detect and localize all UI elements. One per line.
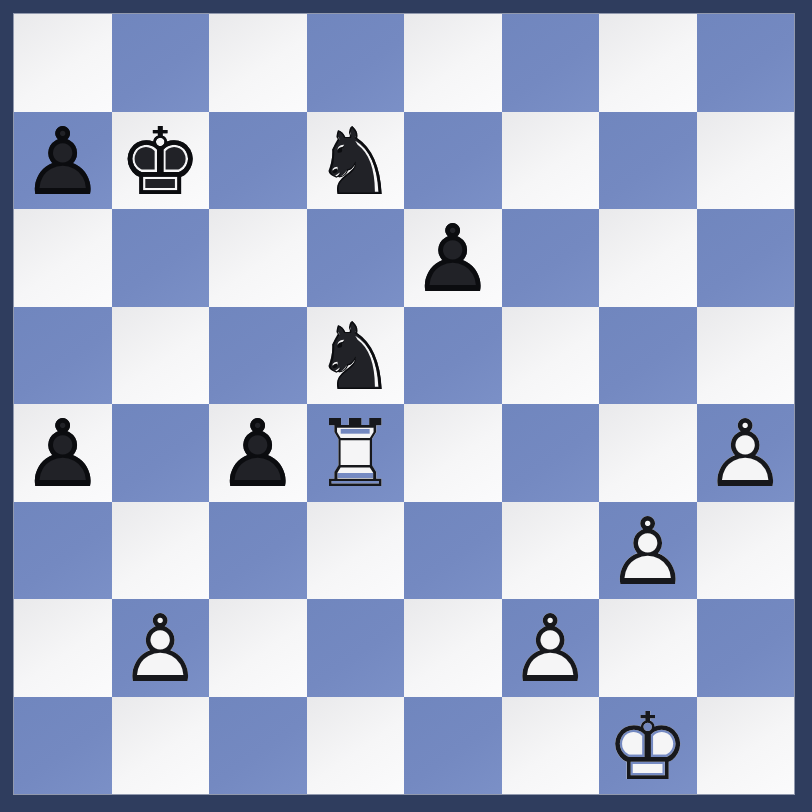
square-g2[interactable] xyxy=(599,599,697,697)
chess-board: ♟♙♚♔♞♘♟♙♞♘♟♙♟♙♜♖♟♙♟♙♟♙♟♙♚♔ xyxy=(14,14,794,794)
square-h7[interactable] xyxy=(697,112,795,210)
square-a4[interactable]: ♟♙ xyxy=(14,404,112,502)
piece-outline-glyph: ♙ xyxy=(14,114,112,212)
black-knight-d5[interactable]: ♞♘ xyxy=(307,307,405,405)
square-h8[interactable] xyxy=(697,14,795,112)
square-g6[interactable] xyxy=(599,209,697,307)
square-d8[interactable] xyxy=(307,14,405,112)
square-g7[interactable] xyxy=(599,112,697,210)
black-pawn-c4[interactable]: ♟♙ xyxy=(209,404,307,502)
square-f1[interactable] xyxy=(502,697,600,795)
white-pawn-b2[interactable]: ♟♙ xyxy=(112,599,210,697)
square-a2[interactable] xyxy=(14,599,112,697)
square-b4[interactable] xyxy=(112,404,210,502)
square-a6[interactable] xyxy=(14,209,112,307)
square-h1[interactable] xyxy=(697,697,795,795)
square-c2[interactable] xyxy=(209,599,307,697)
square-d7[interactable]: ♞♘ xyxy=(307,112,405,210)
black-knight-d7[interactable]: ♞♘ xyxy=(307,112,405,210)
white-rook-d4[interactable]: ♜♖ xyxy=(307,404,405,502)
square-d6[interactable] xyxy=(307,209,405,307)
square-d3[interactable] xyxy=(307,502,405,600)
black-pawn-e6[interactable]: ♟♙ xyxy=(404,209,502,307)
square-b8[interactable] xyxy=(112,14,210,112)
square-f2[interactable]: ♟♙ xyxy=(502,599,600,697)
square-g5[interactable] xyxy=(599,307,697,405)
square-h6[interactable] xyxy=(697,209,795,307)
square-c8[interactable] xyxy=(209,14,307,112)
square-g3[interactable]: ♟♙ xyxy=(599,502,697,600)
piece-outline-glyph: ♙ xyxy=(112,601,210,699)
square-e2[interactable] xyxy=(404,599,502,697)
square-e1[interactable] xyxy=(404,697,502,795)
piece-outline-glyph: ♙ xyxy=(502,601,600,699)
square-c5[interactable] xyxy=(209,307,307,405)
piece-outline-glyph: ♘ xyxy=(307,309,405,407)
square-c7[interactable] xyxy=(209,112,307,210)
square-f4[interactable] xyxy=(502,404,600,502)
black-pawn-a7[interactable]: ♟♙ xyxy=(14,112,112,210)
square-c6[interactable] xyxy=(209,209,307,307)
square-h4[interactable]: ♟♙ xyxy=(697,404,795,502)
board-frame: ♟♙♚♔♞♘♟♙♞♘♟♙♟♙♜♖♟♙♟♙♟♙♟♙♚♔ xyxy=(0,0,812,812)
white-pawn-g3[interactable]: ♟♙ xyxy=(599,502,697,600)
black-pawn-a4[interactable]: ♟♙ xyxy=(14,404,112,502)
square-b3[interactable] xyxy=(112,502,210,600)
piece-outline-glyph: ♙ xyxy=(209,406,307,504)
piece-outline-glyph: ♙ xyxy=(14,406,112,504)
square-e3[interactable] xyxy=(404,502,502,600)
square-h2[interactable] xyxy=(697,599,795,697)
square-g8[interactable] xyxy=(599,14,697,112)
square-e8[interactable] xyxy=(404,14,502,112)
white-pawn-h4[interactable]: ♟♙ xyxy=(697,404,795,502)
square-c3[interactable] xyxy=(209,502,307,600)
square-a3[interactable] xyxy=(14,502,112,600)
square-e7[interactable] xyxy=(404,112,502,210)
square-h3[interactable] xyxy=(697,502,795,600)
white-pawn-f2[interactable]: ♟♙ xyxy=(502,599,600,697)
square-d2[interactable] xyxy=(307,599,405,697)
square-a7[interactable]: ♟♙ xyxy=(14,112,112,210)
square-c1[interactable] xyxy=(209,697,307,795)
square-f7[interactable] xyxy=(502,112,600,210)
square-f8[interactable] xyxy=(502,14,600,112)
square-f3[interactable] xyxy=(502,502,600,600)
square-b7[interactable]: ♚♔ xyxy=(112,112,210,210)
piece-outline-glyph: ♙ xyxy=(697,406,795,504)
square-a1[interactable] xyxy=(14,697,112,795)
square-e4[interactable] xyxy=(404,404,502,502)
piece-outline-glyph: ♘ xyxy=(307,114,405,212)
black-king-b7[interactable]: ♚♔ xyxy=(112,112,210,210)
piece-outline-glyph: ♔ xyxy=(112,114,210,212)
square-a5[interactable] xyxy=(14,307,112,405)
square-a8[interactable] xyxy=(14,14,112,112)
square-f6[interactable] xyxy=(502,209,600,307)
square-h5[interactable] xyxy=(697,307,795,405)
square-g4[interactable] xyxy=(599,404,697,502)
square-d4[interactable]: ♜♖ xyxy=(307,404,405,502)
square-g1[interactable]: ♚♔ xyxy=(599,697,697,795)
square-c4[interactable]: ♟♙ xyxy=(209,404,307,502)
piece-outline-glyph: ♔ xyxy=(599,699,697,797)
square-f5[interactable] xyxy=(502,307,600,405)
white-king-g1[interactable]: ♚♔ xyxy=(599,697,697,795)
square-b1[interactable] xyxy=(112,697,210,795)
square-d1[interactable] xyxy=(307,697,405,795)
square-e5[interactable] xyxy=(404,307,502,405)
piece-outline-glyph: ♖ xyxy=(307,406,405,504)
square-b2[interactable]: ♟♙ xyxy=(112,599,210,697)
piece-outline-glyph: ♙ xyxy=(404,211,502,309)
square-b5[interactable] xyxy=(112,307,210,405)
square-b6[interactable] xyxy=(112,209,210,307)
piece-outline-glyph: ♙ xyxy=(599,504,697,602)
square-e6[interactable]: ♟♙ xyxy=(404,209,502,307)
square-d5[interactable]: ♞♘ xyxy=(307,307,405,405)
